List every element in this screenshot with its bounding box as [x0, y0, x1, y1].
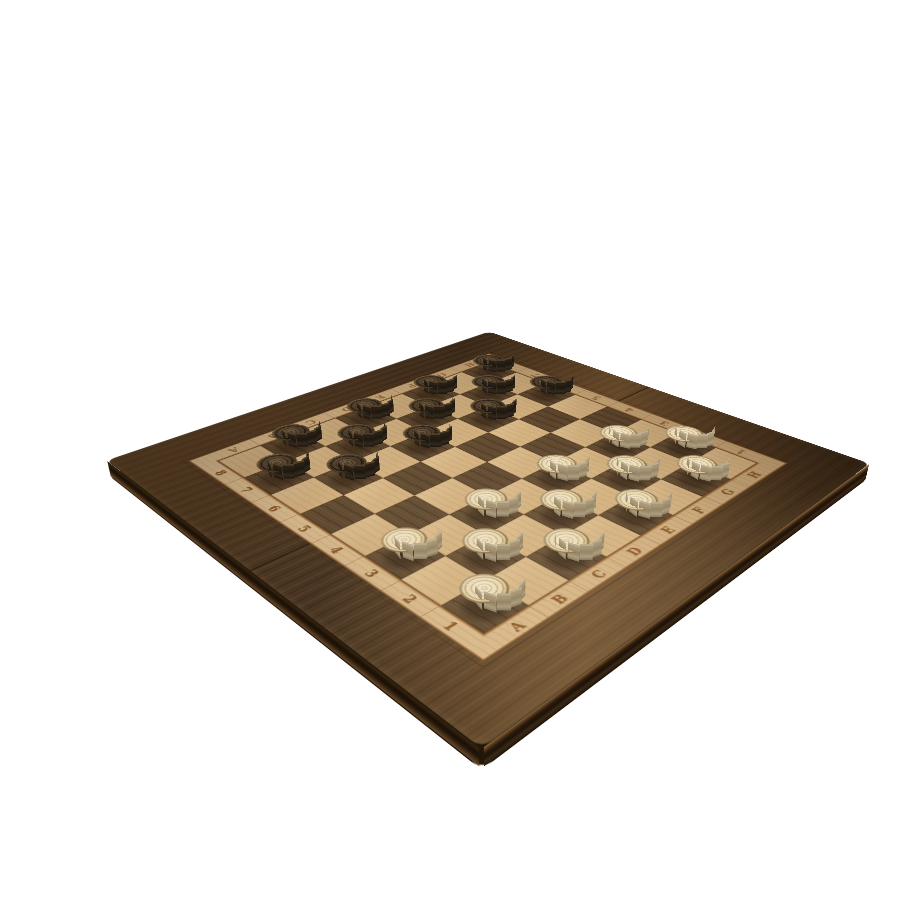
- piece-side: [589, 519, 598, 541]
- piece-side: [497, 544, 511, 561]
- piece-side: [511, 564, 518, 588]
- piece-side: [282, 464, 295, 479]
- piece-side: [497, 501, 509, 517]
- piece-side: [579, 544, 593, 561]
- checkers-board: ABCDEFGH ABCDEFGH 87654321 87654321: [106, 332, 870, 749]
- piece-side: [573, 502, 586, 518]
- piece-side: [354, 464, 367, 479]
- piece-side: [413, 543, 427, 560]
- piece-side: [510, 519, 517, 541]
- piece-side: [649, 502, 663, 518]
- product-photo: ABCDEFGH ABCDEFGH 87654321 87654321: [0, 0, 900, 900]
- piece-side: [568, 465, 580, 480]
- piece-side: [497, 593, 512, 610]
- piece-side: [639, 465, 652, 480]
